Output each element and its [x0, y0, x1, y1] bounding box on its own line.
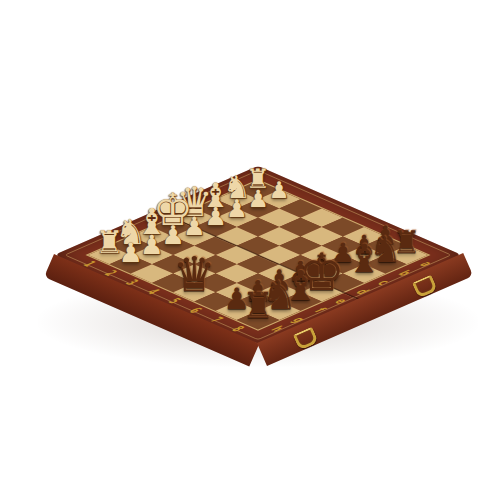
chess-set-product-photo: 12345678abcdefgh ♜♞♝♚♝♞♜♟♟♟♟♟♟♟♟♛♟♟♟♟♟♟♟… — [0, 0, 500, 497]
